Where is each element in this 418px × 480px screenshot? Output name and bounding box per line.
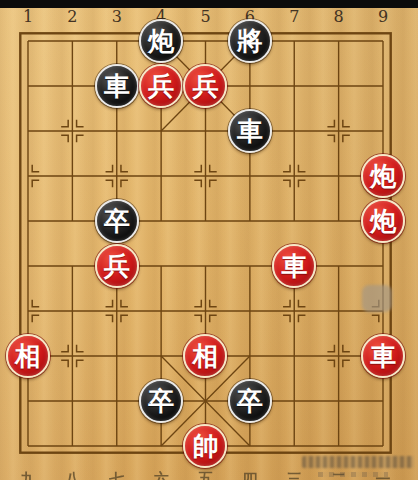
red-elephant-glyph: 相 (192, 343, 218, 369)
red-elephant-glyph: 相 (15, 343, 41, 369)
piece-red-soldier[interactable]: 兵 (95, 244, 139, 288)
piece-black-soldier[interactable]: 卒 (139, 379, 183, 423)
piece-black-soldier[interactable]: 卒 (228, 379, 272, 423)
piece-black-soldier[interactable]: 卒 (95, 199, 139, 243)
black-soldier-glyph: 卒 (104, 208, 130, 234)
red-chariot-glyph: 車 (281, 253, 307, 279)
red-soldier-glyph: 兵 (148, 73, 174, 99)
piece-red-chariot[interactable]: 車 (361, 334, 405, 378)
red-general-glyph: 帥 (192, 433, 218, 459)
piece-red-soldier[interactable]: 兵 (139, 64, 183, 108)
xiangqi-app: 123456789 炮將車兵兵車炮卒炮兵車相相車卒卒帥 九八七六五四三二一 (0, 0, 418, 480)
red-soldier-glyph: 兵 (104, 253, 130, 279)
red-cannon-glyph: 炮 (370, 163, 396, 189)
red-chariot-glyph: 車 (370, 343, 396, 369)
piece-red-elephant[interactable]: 相 (183, 334, 227, 378)
piece-black-chariot[interactable]: 車 (95, 64, 139, 108)
piece-red-general[interactable]: 帥 (183, 424, 227, 468)
black-soldier-glyph: 卒 (237, 388, 263, 414)
piece-red-cannon[interactable]: 炮 (361, 199, 405, 243)
black-general-glyph: 將 (237, 28, 263, 54)
black-cannon-glyph: 炮 (148, 28, 174, 54)
red-cannon-glyph: 炮 (370, 208, 396, 234)
piece-black-cannon[interactable]: 炮 (139, 19, 183, 63)
black-chariot-glyph: 車 (104, 73, 130, 99)
piece-red-cannon[interactable]: 炮 (361, 154, 405, 198)
piece-red-elephant[interactable]: 相 (6, 334, 50, 378)
board[interactable]: 炮將車兵兵車炮卒炮兵車相相車卒卒帥 (6, 19, 405, 469)
red-soldier-glyph: 兵 (192, 73, 218, 99)
blurred-sticker (362, 285, 392, 312)
watermark-blur (302, 456, 414, 468)
black-chariot-glyph: 車 (237, 118, 263, 144)
black-soldier-glyph: 卒 (148, 388, 174, 414)
piece-red-soldier[interactable]: 兵 (183, 64, 227, 108)
piece-black-general[interactable]: 將 (228, 19, 272, 63)
piece-red-chariot[interactable]: 車 (272, 244, 316, 288)
watermark-blur-2 (318, 472, 388, 477)
piece-black-chariot[interactable]: 車 (228, 109, 272, 153)
